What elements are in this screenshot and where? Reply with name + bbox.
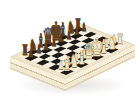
chess-set-product-photo: ♜♟♞♟♝♟♚♟♟♛♜♟♟♝♞♟♟♞♝♟♟♜♚♟♟♛♟♝♟♞♟♜: [0, 0, 140, 100]
